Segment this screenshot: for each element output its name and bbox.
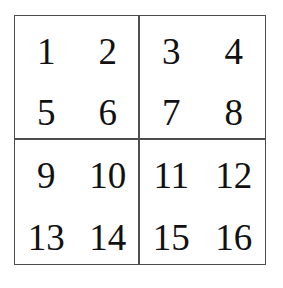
cell-r1c3: 3 xyxy=(140,16,203,78)
cell-r2c3: 7 xyxy=(140,78,203,140)
cell-r2c1: 5 xyxy=(15,78,78,140)
board: 12345678910111213141516 xyxy=(14,15,266,265)
cell-r1c2: 2 xyxy=(78,16,141,78)
cell-r4c3: 15 xyxy=(140,202,203,264)
cell-r4c1: 13 xyxy=(15,202,78,264)
cell-r2c4: 8 xyxy=(203,78,266,140)
cell-r4c4: 16 xyxy=(203,202,266,264)
cell-r3c4: 12 xyxy=(203,140,266,202)
cell-r3c2: 10 xyxy=(78,140,141,202)
cell-r2c2: 6 xyxy=(78,78,141,140)
cell-r1c1: 1 xyxy=(15,16,78,78)
cell-r3c3: 11 xyxy=(140,140,203,202)
cell-r3c1: 9 xyxy=(15,140,78,202)
cell-r4c2: 14 xyxy=(78,202,141,264)
cell-r1c4: 4 xyxy=(203,16,266,78)
